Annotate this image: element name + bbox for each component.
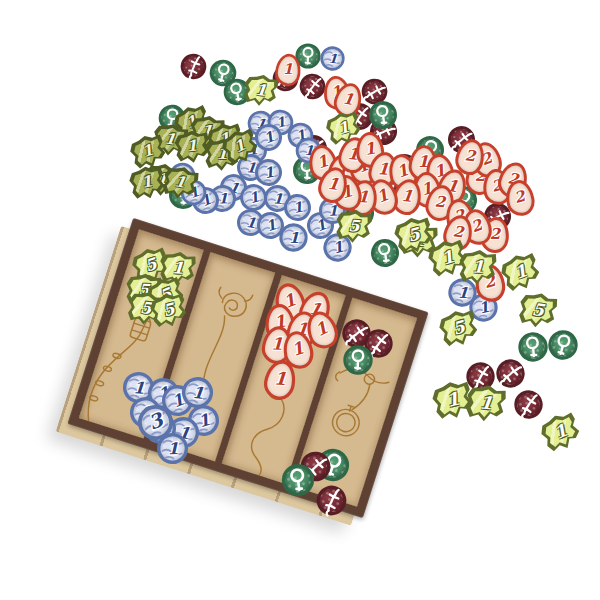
token-command-1[interactable]: 1 [496,249,543,295]
token-explore[interactable] [516,330,549,363]
photo-stage: 1111111111111111111111111111111111111111… [0,0,600,600]
magnifier-icon [367,99,399,131]
token-value: 5 [347,217,359,234]
token-venom[interactable] [177,50,210,83]
token-command-5[interactable]: 5 [147,290,189,330]
token-command-5[interactable]: 5 [436,307,481,350]
lizard-icon [312,481,349,518]
token-command-1[interactable]: 1 [322,108,363,148]
token-value: 1 [327,176,340,193]
token-value: 1 [327,51,337,64]
token-explore[interactable] [279,461,316,498]
token-value: 1 [166,439,177,455]
token-venom[interactable] [312,481,349,518]
token-value: 1 [273,370,286,388]
token-value: 1 [272,190,283,205]
token-command-5[interactable]: 5 [391,214,435,256]
token-damage-1[interactable]: 1 [261,358,298,402]
token-command-1-dark[interactable]: 1 [174,130,210,164]
token-explore[interactable] [367,99,399,131]
token-value: 1 [191,383,204,400]
token-value: 1 [401,188,414,205]
magnifier-icon [279,461,316,498]
token-value: 1 [471,258,483,275]
token-value: 1 [254,81,266,97]
token-fatigue-1[interactable]: 1 [318,44,346,72]
token-fatigue-1[interactable]: 1 [277,221,309,253]
token-value: 1 [132,378,144,395]
token-damage-2[interactable]: 2 [503,178,537,218]
token-value: 1 [456,284,467,299]
token-command-5[interactable]: 5 [332,206,375,247]
token-command-1[interactable]: 1 [239,70,280,110]
magnifier-icon [343,345,372,374]
lizard-icon [177,50,210,83]
token-value: 2 [464,148,476,164]
token-value: 1 [283,62,293,77]
lizard-icon [512,388,545,421]
token-command-5[interactable]: 5 [514,287,561,332]
magnifier-icon [516,330,549,363]
token-value: 5 [530,300,544,318]
token-venom[interactable] [512,388,545,421]
token-explore[interactable] [343,345,372,374]
tokens-layer: 1111111111111111111111111111111111111111… [0,0,600,600]
token-value: 1 [478,393,492,412]
token-command-1[interactable]: 1 [455,246,499,288]
token-value: 1 [288,229,298,244]
token-command-1[interactable]: 1 [461,380,509,426]
token-value: 1 [186,138,198,154]
